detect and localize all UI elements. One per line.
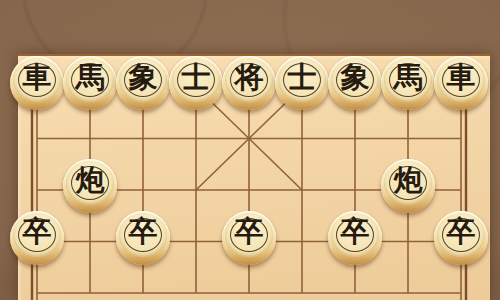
piece-black-chariot-left[interactable]: 車	[10, 56, 64, 110]
piece-glyph: 士	[169, 52, 223, 102]
piece-glyph: 卒	[222, 207, 276, 257]
piece-black-soldier-1[interactable]: 卒	[10, 211, 64, 265]
piece-glyph: 車	[434, 52, 488, 102]
piece-black-elephant-left[interactable]: 象	[116, 56, 170, 110]
piece-glyph: 馬	[63, 52, 117, 102]
piece-black-advisor-left[interactable]: 士	[169, 56, 223, 110]
piece-glyph: 士	[275, 52, 329, 102]
piece-black-elephant-right[interactable]: 象	[328, 56, 382, 110]
piece-black-horse-right[interactable]: 馬	[381, 56, 435, 110]
piece-glyph: 車	[10, 52, 64, 102]
piece-glyph: 卒	[116, 207, 170, 257]
piece-glyph: 象	[116, 52, 170, 102]
piece-black-general[interactable]: 将	[222, 56, 276, 110]
piece-glyph: 象	[328, 52, 382, 102]
piece-glyph: 卒	[434, 207, 488, 257]
piece-black-cannon-left[interactable]: 炮	[63, 159, 117, 213]
pieces-layer: 車馬象士将士象馬車炮炮卒卒卒卒卒	[0, 0, 500, 300]
piece-black-cannon-right[interactable]: 炮	[381, 159, 435, 213]
piece-black-soldier-2[interactable]: 卒	[116, 211, 170, 265]
piece-black-soldier-5[interactable]: 卒	[434, 211, 488, 265]
piece-black-soldier-3[interactable]: 卒	[222, 211, 276, 265]
piece-black-chariot-right[interactable]: 車	[434, 56, 488, 110]
piece-glyph: 炮	[63, 155, 117, 205]
piece-glyph: 馬	[381, 52, 435, 102]
piece-black-advisor-right[interactable]: 士	[275, 56, 329, 110]
game-screen: 車馬象士将士象馬車炮炮卒卒卒卒卒	[0, 0, 500, 300]
piece-black-horse-left[interactable]: 馬	[63, 56, 117, 110]
piece-glyph: 卒	[328, 207, 382, 257]
piece-glyph: 卒	[10, 207, 64, 257]
piece-glyph: 将	[222, 52, 276, 102]
piece-black-soldier-4[interactable]: 卒	[328, 211, 382, 265]
piece-glyph: 炮	[381, 155, 435, 205]
